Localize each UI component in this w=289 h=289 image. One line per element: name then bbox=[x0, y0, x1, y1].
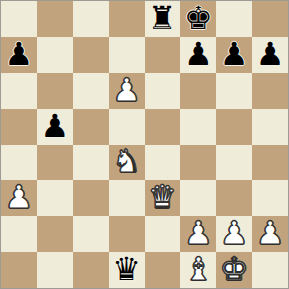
square-b6[interactable] bbox=[37, 73, 73, 109]
square-f8[interactable]: ♚ bbox=[180, 1, 216, 37]
black-pawn[interactable]: ♟ bbox=[220, 38, 249, 70]
square-b4[interactable] bbox=[37, 145, 73, 181]
white-pawn[interactable]: ♟ bbox=[112, 74, 141, 106]
white-knight[interactable]: ♞ bbox=[112, 145, 141, 177]
white-queen[interactable]: ♛ bbox=[148, 181, 177, 213]
square-h4[interactable] bbox=[252, 145, 288, 181]
square-c1[interactable] bbox=[73, 252, 109, 288]
square-h5[interactable] bbox=[252, 109, 288, 145]
square-c3[interactable] bbox=[73, 180, 109, 216]
square-g1[interactable]: ♚ bbox=[216, 252, 252, 288]
square-e7[interactable] bbox=[145, 37, 181, 73]
square-b1[interactable] bbox=[37, 252, 73, 288]
square-e5[interactable] bbox=[145, 109, 181, 145]
black-king[interactable]: ♚ bbox=[184, 2, 213, 34]
square-f6[interactable] bbox=[180, 73, 216, 109]
square-a2[interactable] bbox=[1, 216, 37, 252]
square-d7[interactable] bbox=[109, 37, 145, 73]
square-h6[interactable] bbox=[252, 73, 288, 109]
square-c4[interactable] bbox=[73, 145, 109, 181]
black-queen[interactable]: ♛ bbox=[112, 253, 141, 285]
black-pawn[interactable]: ♟ bbox=[40, 110, 69, 142]
black-pawn[interactable]: ♟ bbox=[5, 38, 34, 70]
white-pawn[interactable]: ♟ bbox=[220, 217, 249, 249]
square-b5[interactable]: ♟ bbox=[37, 109, 73, 145]
square-g3[interactable] bbox=[216, 180, 252, 216]
square-c7[interactable] bbox=[73, 37, 109, 73]
square-g6[interactable] bbox=[216, 73, 252, 109]
black-rook[interactable]: ♜ bbox=[148, 2, 177, 34]
square-d8[interactable] bbox=[109, 1, 145, 37]
white-pawn[interactable]: ♟ bbox=[184, 217, 213, 249]
square-h1[interactable] bbox=[252, 252, 288, 288]
square-f7[interactable]: ♟ bbox=[180, 37, 216, 73]
square-c6[interactable] bbox=[73, 73, 109, 109]
chess-board: ♜♚♟♟♟♟♟♟♞♟♛♟♟♟♛♝♚ bbox=[0, 0, 289, 289]
square-a5[interactable] bbox=[1, 109, 37, 145]
square-d2[interactable] bbox=[109, 216, 145, 252]
square-f1[interactable]: ♝ bbox=[180, 252, 216, 288]
square-a7[interactable]: ♟ bbox=[1, 37, 37, 73]
square-g2[interactable]: ♟ bbox=[216, 216, 252, 252]
square-a1[interactable] bbox=[1, 252, 37, 288]
square-h8[interactable] bbox=[252, 1, 288, 37]
square-b3[interactable] bbox=[37, 180, 73, 216]
square-h7[interactable]: ♟ bbox=[252, 37, 288, 73]
black-pawn[interactable]: ♟ bbox=[184, 38, 213, 70]
square-d6[interactable]: ♟ bbox=[109, 73, 145, 109]
square-d3[interactable] bbox=[109, 180, 145, 216]
square-g8[interactable] bbox=[216, 1, 252, 37]
square-e6[interactable] bbox=[145, 73, 181, 109]
square-f5[interactable] bbox=[180, 109, 216, 145]
square-c5[interactable] bbox=[73, 109, 109, 145]
square-d4[interactable]: ♞ bbox=[109, 145, 145, 181]
black-pawn[interactable]: ♟ bbox=[256, 38, 285, 70]
square-e1[interactable] bbox=[145, 252, 181, 288]
square-g7[interactable]: ♟ bbox=[216, 37, 252, 73]
white-pawn[interactable]: ♟ bbox=[5, 181, 34, 213]
white-bishop[interactable]: ♝ bbox=[184, 253, 213, 285]
square-h2[interactable]: ♟ bbox=[252, 216, 288, 252]
square-b7[interactable] bbox=[37, 37, 73, 73]
square-f4[interactable] bbox=[180, 145, 216, 181]
square-g4[interactable] bbox=[216, 145, 252, 181]
square-h3[interactable] bbox=[252, 180, 288, 216]
square-e3[interactable]: ♛ bbox=[145, 180, 181, 216]
square-a3[interactable]: ♟ bbox=[1, 180, 37, 216]
square-f3[interactable] bbox=[180, 180, 216, 216]
square-b2[interactable] bbox=[37, 216, 73, 252]
square-f2[interactable]: ♟ bbox=[180, 216, 216, 252]
square-e2[interactable] bbox=[145, 216, 181, 252]
square-a8[interactable] bbox=[1, 1, 37, 37]
square-e4[interactable] bbox=[145, 145, 181, 181]
square-a6[interactable] bbox=[1, 73, 37, 109]
square-d1[interactable]: ♛ bbox=[109, 252, 145, 288]
square-c8[interactable] bbox=[73, 1, 109, 37]
white-pawn[interactable]: ♟ bbox=[256, 217, 285, 249]
square-d5[interactable] bbox=[109, 109, 145, 145]
square-a4[interactable] bbox=[1, 145, 37, 181]
square-e8[interactable]: ♜ bbox=[145, 1, 181, 37]
square-b8[interactable] bbox=[37, 1, 73, 37]
square-c2[interactable] bbox=[73, 216, 109, 252]
white-king[interactable]: ♚ bbox=[220, 253, 249, 285]
square-g5[interactable] bbox=[216, 109, 252, 145]
